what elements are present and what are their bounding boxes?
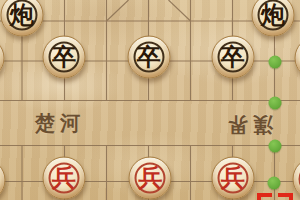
piece-character: 卒 — [52, 44, 76, 68]
piece-red-soldier[interactable]: 兵 — [211, 157, 254, 200]
move-hint-dot[interactable] — [268, 96, 281, 109]
piece-black-soldier[interactable]: 卒 — [211, 36, 254, 79]
piece-black-soldier[interactable]: 卒 — [127, 36, 170, 79]
piece-character: 炮 — [261, 2, 285, 26]
bracket-corner-top-left — [257, 193, 272, 200]
piece-red-soldier[interactable]: 兵 — [129, 157, 172, 200]
move-hint-dot[interactable] — [268, 139, 281, 152]
piece-character: 卒 — [137, 44, 161, 68]
piece-character: 兵 — [52, 165, 76, 189]
piece-character: 兵 — [221, 165, 245, 189]
piece-red-soldier[interactable]: 兵 — [42, 157, 85, 200]
river-label-chu-he: 楚河 — [35, 109, 85, 136]
piece-character: 卒 — [221, 44, 245, 68]
move-hint-dot[interactable] — [268, 55, 281, 68]
piece-black-soldier[interactable]: 卒 — [43, 36, 86, 79]
piece-character: 兵 — [138, 165, 162, 189]
selection-bracket — [257, 193, 293, 200]
bracket-corner-top-right — [278, 193, 293, 200]
xiangqi-board[interactable]: 楚河 漢界 炮炮卒卒卒卒卒兵兵兵兵兵 — [0, 0, 300, 200]
piece-engraved-ring — [298, 164, 300, 195]
piece-character: 炮 — [10, 2, 34, 26]
move-hint-dot[interactable] — [268, 177, 281, 190]
river-label-han-jie: 漢界 — [223, 111, 273, 138]
